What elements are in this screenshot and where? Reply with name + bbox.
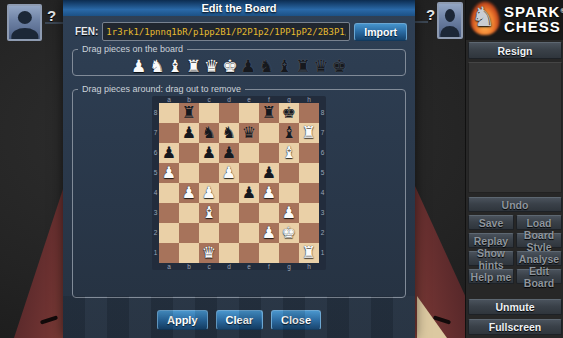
- board-drawer-slot: [40, 315, 58, 324]
- black-bishop-piece[interactable]: ♝: [277, 55, 292, 77]
- board-square-e5[interactable]: [239, 163, 259, 183]
- file-labels-bottom: abcdefgh: [159, 263, 326, 270]
- black-knight-piece[interactable]: ♞: [259, 55, 274, 77]
- black-pawn-piece[interactable]: ♟: [222, 143, 236, 163]
- app-screen: ? ? ♞ SPARK® CHESS Resign Undo Save Load…: [0, 0, 563, 338]
- logo-text: SPARK® CHESS: [504, 4, 563, 34]
- sidebar-button-grid: Undo Save Load Replay Board Style Show h…: [468, 197, 562, 284]
- board-square-b5[interactable]: [179, 163, 199, 183]
- file-label: f: [259, 263, 279, 270]
- edit-board-box: Drag pieces around: drag out to remove a…: [72, 84, 406, 298]
- board-square-c5[interactable]: [199, 163, 219, 183]
- board-square-a5[interactable]: ♟: [159, 163, 179, 183]
- white-pawn-piece[interactable]: ♟: [222, 163, 236, 183]
- white-knight-piece[interactable]: ♞: [149, 55, 164, 77]
- board-square-f6[interactable]: [259, 143, 279, 163]
- rank-label: 6: [319, 143, 326, 163]
- board-square-b8[interactable]: ♜: [179, 103, 199, 123]
- white-pawn-piece[interactable]: ♟: [202, 183, 216, 203]
- white-bishop-piece[interactable]: ♝: [168, 55, 183, 77]
- rank-label: 1: [319, 243, 326, 263]
- board-square-e1[interactable]: [239, 243, 259, 263]
- board-square-g7[interactable]: ♝: [279, 123, 299, 143]
- board-grid: ♜♜♚♟♞♞♛♝♜♟♟♟♝♟♟♟♟♟♟♟♝♟♟♚♛♜: [159, 103, 319, 263]
- white-pawn-piece[interactable]: ♟: [131, 55, 146, 77]
- player-name-right: ?: [426, 6, 435, 23]
- piece-palette: ♟♞♝♜♛♚♟♞♝♜♛♚: [73, 54, 405, 78]
- black-rook-piece[interactable]: ♜: [182, 103, 196, 123]
- board-square-d1[interactable]: [219, 243, 239, 263]
- rank-label: 4: [319, 183, 326, 203]
- board-square-a2[interactable]: [159, 223, 179, 243]
- file-label: d: [219, 263, 239, 270]
- board-square-b1[interactable]: [179, 243, 199, 263]
- fullscreen-button[interactable]: Fullscreen: [468, 319, 562, 335]
- board-square-c8[interactable]: [199, 103, 219, 123]
- import-button[interactable]: Import: [354, 23, 407, 41]
- board-square-a6[interactable]: ♟: [159, 143, 179, 163]
- board-square-a8[interactable]: [159, 103, 179, 123]
- palette-legend: Drag pieces on the board: [78, 44, 187, 54]
- board-square-e8[interactable]: [239, 103, 259, 123]
- board-square-b2[interactable]: [179, 223, 199, 243]
- knight-logo-icon: ♞: [471, 1, 495, 32]
- board-square-g6[interactable]: ♝: [279, 143, 299, 163]
- rank-label: 2: [152, 223, 159, 243]
- white-pawn-piece[interactable]: ♟: [282, 203, 296, 223]
- unmute-button[interactable]: Unmute: [468, 299, 562, 315]
- board-square-e6[interactable]: [239, 143, 259, 163]
- board-square-g1[interactable]: [279, 243, 299, 263]
- rank-label: 8: [319, 103, 326, 123]
- board-square-f4[interactable]: ♟: [259, 183, 279, 203]
- board-square-g5[interactable]: [279, 163, 299, 183]
- file-label: g: [279, 263, 299, 270]
- black-pawn-piece[interactable]: ♟: [242, 183, 256, 203]
- chess-board: abcdefgh 87654321 ♜♜♚♟♞♞♛♝♜♟♟♟♝♟♟♟♟♟♟♟♝♟…: [152, 96, 326, 270]
- board-square-b7[interactable]: ♟: [179, 123, 199, 143]
- black-pawn-piece[interactable]: ♟: [202, 143, 216, 163]
- board-square-b3[interactable]: [179, 203, 199, 223]
- board-square-g3[interactable]: ♟: [279, 203, 299, 223]
- black-pawn-piece[interactable]: ♟: [162, 143, 176, 163]
- rank-label: 4: [152, 183, 159, 203]
- sparkchess-logo: ♞ SPARK® CHESS: [466, 0, 563, 40]
- file-label: h: [299, 263, 319, 270]
- table-board-edge-right: [415, 186, 465, 338]
- white-pawn-piece[interactable]: ♟: [162, 163, 176, 183]
- help-me-button[interactable]: Help me: [468, 269, 514, 284]
- board-square-a4[interactable]: [159, 183, 179, 203]
- file-label: a: [159, 96, 179, 103]
- file-label: b: [179, 96, 199, 103]
- rank-label: 7: [319, 123, 326, 143]
- save-button[interactable]: Save: [468, 215, 514, 230]
- board-square-c3[interactable]: ♝: [199, 203, 219, 223]
- board-square-h6[interactable]: [299, 143, 319, 163]
- white-king-piece[interactable]: ♚: [222, 55, 237, 77]
- board-square-c6[interactable]: ♟: [199, 143, 219, 163]
- rank-label: 1: [152, 243, 159, 263]
- rank-label: 3: [152, 203, 159, 223]
- piece-palette-box: Drag pieces on the board ♟♞♝♜♛♚♟♞♝♜♛♚: [72, 44, 406, 76]
- black-knight-piece[interactable]: ♞: [202, 123, 216, 143]
- board-square-b4[interactable]: ♟: [179, 183, 199, 203]
- board-square-e7[interactable]: ♛: [239, 123, 259, 143]
- board-square-c7[interactable]: ♞: [199, 123, 219, 143]
- board-square-f3[interactable]: [259, 203, 279, 223]
- board-square-c4[interactable]: ♟: [199, 183, 219, 203]
- board-square-e3[interactable]: [239, 203, 259, 223]
- board-square-h1[interactable]: ♜: [299, 243, 319, 263]
- black-queen-piece[interactable]: ♛: [242, 123, 256, 143]
- board-square-a1[interactable]: [159, 243, 179, 263]
- board-square-e4[interactable]: ♟: [239, 183, 259, 203]
- file-label: c: [199, 263, 219, 270]
- white-queen-piece[interactable]: ♛: [202, 243, 216, 263]
- rank-label: 3: [319, 203, 326, 223]
- rank-label: 5: [152, 163, 159, 183]
- avatar-silhouette: [17, 11, 31, 24]
- black-rook-piece[interactable]: ♜: [262, 103, 276, 123]
- undo-button[interactable]: Undo: [468, 197, 562, 212]
- white-bishop-piece[interactable]: ♝: [202, 203, 216, 223]
- close-button[interactable]: Close: [271, 310, 321, 330]
- board-square-e2[interactable]: [239, 223, 259, 243]
- board-square-h8[interactable]: [299, 103, 319, 123]
- black-queen-piece[interactable]: ♛: [314, 55, 329, 77]
- board-square-g8[interactable]: ♚: [279, 103, 299, 123]
- board-square-h7[interactable]: ♜: [299, 123, 319, 143]
- board-square-f1[interactable]: [259, 243, 279, 263]
- dialog-actions: Apply Clear Close: [63, 310, 415, 330]
- board-square-f5[interactable]: ♟: [259, 163, 279, 183]
- board-style-button[interactable]: Board Style: [516, 233, 562, 248]
- apply-button[interactable]: Apply: [157, 310, 208, 330]
- player-avatar-left[interactable]: [7, 4, 42, 41]
- board-square-h2[interactable]: [299, 223, 319, 243]
- white-rook-piece[interactable]: ♜: [186, 55, 201, 77]
- board-square-h5[interactable]: [299, 163, 319, 183]
- clear-button[interactable]: Clear: [216, 310, 264, 330]
- board-square-g4[interactable]: [279, 183, 299, 203]
- rank-label: 7: [152, 123, 159, 143]
- avatar-silhouette: [11, 28, 38, 41]
- board-square-c2[interactable]: [199, 223, 219, 243]
- black-pawn-piece[interactable]: ♟: [262, 163, 276, 183]
- board-square-d6[interactable]: ♟: [219, 143, 239, 163]
- black-pawn-piece[interactable]: ♟: [182, 123, 196, 143]
- white-bishop-piece[interactable]: ♝: [282, 143, 296, 163]
- file-label: a: [159, 263, 179, 270]
- dialog-title: Edit the Board: [63, 0, 415, 16]
- rank-label: 2: [319, 223, 326, 243]
- fen-row: FEN: Import: [75, 22, 407, 41]
- avatar-silhouette: [445, 9, 455, 22]
- move-list-panel: [468, 62, 562, 193]
- board-square-f2[interactable]: ♟: [259, 223, 279, 243]
- board-surface-corner: [417, 296, 447, 338]
- player-avatar-right[interactable]: [437, 2, 463, 39]
- board-square-d2[interactable]: [219, 223, 239, 243]
- board-square-d3[interactable]: [219, 203, 239, 223]
- avatar-silhouette: [440, 26, 459, 39]
- white-pawn-piece[interactable]: ♟: [182, 183, 196, 203]
- board-legend: Drag pieces around: drag out to remove: [78, 84, 245, 94]
- file-label: d: [219, 96, 239, 103]
- white-queen-piece[interactable]: ♛: [204, 55, 219, 77]
- fen-label: FEN:: [75, 26, 98, 37]
- table-board-edge-left: [14, 186, 64, 338]
- sidebar: ♞ SPARK® CHESS Resign Undo Save Load Rep…: [465, 0, 563, 338]
- board-square-d4[interactable]: [219, 183, 239, 203]
- edit-board-button[interactable]: Edit Board: [516, 269, 562, 284]
- board-square-a7[interactable]: [159, 123, 179, 143]
- file-label: b: [179, 263, 199, 270]
- player-bar-left: [45, 22, 65, 24]
- board-square-d8[interactable]: [219, 103, 239, 123]
- board-square-f7[interactable]: [259, 123, 279, 143]
- board-square-f8[interactable]: ♜: [259, 103, 279, 123]
- rank-labels-left: 87654321: [152, 103, 159, 263]
- white-king-piece[interactable]: ♚: [282, 223, 296, 243]
- file-label: e: [239, 263, 259, 270]
- board-square-c1[interactable]: ♛: [199, 243, 219, 263]
- rank-label: 5: [319, 163, 326, 183]
- board-square-a3[interactable]: [159, 203, 179, 223]
- board-square-h3[interactable]: [299, 203, 319, 223]
- board-square-d5[interactable]: ♟: [219, 163, 239, 183]
- white-pawn-piece[interactable]: ♟: [262, 223, 276, 243]
- file-label: e: [239, 96, 259, 103]
- board-square-b6[interactable]: [179, 143, 199, 163]
- black-king-piece[interactable]: ♚: [282, 103, 296, 123]
- show-hints-button[interactable]: Show hints: [468, 251, 514, 266]
- rank-label: 8: [152, 103, 159, 123]
- board-square-g2[interactable]: ♚: [279, 223, 299, 243]
- resign-button[interactable]: Resign: [468, 42, 562, 59]
- file-labels-top: abcdefgh: [159, 96, 326, 103]
- file-label: g: [279, 96, 299, 103]
- file-label: h: [299, 96, 319, 103]
- fen-input[interactable]: [102, 22, 350, 41]
- black-bishop-piece[interactable]: ♝: [282, 123, 296, 143]
- white-rook-piece[interactable]: ♜: [302, 243, 316, 263]
- rank-label: 6: [152, 143, 159, 163]
- black-pawn-piece[interactable]: ♟: [241, 55, 256, 77]
- file-label: c: [199, 96, 219, 103]
- black-knight-piece[interactable]: ♞: [222, 123, 236, 143]
- white-pawn-piece[interactable]: ♟: [262, 183, 276, 203]
- rank-labels-right: 87654321: [319, 103, 326, 263]
- black-king-piece[interactable]: ♚: [332, 55, 347, 77]
- file-label: f: [259, 96, 279, 103]
- edit-board-dialog: Edit the Board FEN: Import Drag pieces o…: [63, 0, 415, 338]
- white-rook-piece[interactable]: ♜: [302, 123, 316, 143]
- board-square-d7[interactable]: ♞: [219, 123, 239, 143]
- black-rook-piece[interactable]: ♜: [295, 55, 310, 77]
- board-square-h4[interactable]: [299, 183, 319, 203]
